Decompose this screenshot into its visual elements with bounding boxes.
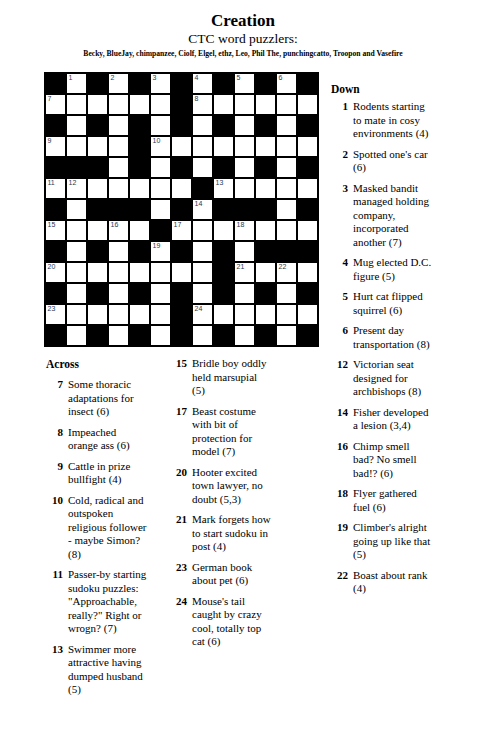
- white-cell[interactable]: [150, 325, 171, 346]
- white-cell[interactable]: [150, 157, 171, 178]
- clue-text: Present day transportation (8): [353, 324, 483, 351]
- white-cell[interactable]: [108, 283, 129, 304]
- clue-number: 1: [331, 100, 348, 141]
- clue-number: 16: [331, 440, 348, 481]
- black-cell: [129, 136, 150, 157]
- white-cell[interactable]: [108, 136, 129, 157]
- clue-number: 17: [170, 405, 187, 459]
- clue-text: Mark forgets how to start sudoku in post…: [192, 513, 320, 554]
- black-cell: [171, 241, 192, 262]
- white-cell[interactable]: [66, 283, 87, 304]
- black-cell: [297, 73, 318, 94]
- white-cell[interactable]: [234, 157, 255, 178]
- white-cell[interactable]: [108, 262, 129, 283]
- black-cell: [213, 199, 234, 220]
- white-cell[interactable]: [276, 115, 297, 136]
- clue-number: 5: [331, 290, 348, 317]
- clue-text: Hooter excited town lawyer, no doubt (5,…: [192, 466, 320, 507]
- white-cell[interactable]: [234, 94, 255, 115]
- clue-text: Victorian seat designed for archbishops …: [353, 358, 483, 399]
- clue-text: Climber's alright going up like that (5): [353, 521, 483, 562]
- clue-text: Fisher developed a lesion (3,4): [353, 406, 483, 433]
- black-cell: [66, 157, 87, 178]
- clue-down-1: 1Rodents starting to mate in cosy enviro…: [331, 100, 483, 141]
- puzzle-title: Creation: [0, 11, 486, 30]
- clue-number: 14: [331, 406, 348, 433]
- clue-text: Beast costume with bit of protection for…: [192, 405, 320, 459]
- cell-number: 15: [48, 221, 56, 229]
- black-cell: [129, 157, 150, 178]
- black-cell: [213, 283, 234, 304]
- white-cell[interactable]: 19: [150, 241, 171, 262]
- black-cell: [45, 199, 66, 220]
- clue-down-5: 5Hurt cat flipped squirrel (6): [331, 290, 483, 317]
- white-cell[interactable]: [108, 241, 129, 262]
- white-cell[interactable]: [66, 94, 87, 115]
- clue-down-19: 19Climber's alright going up like that (…: [331, 521, 483, 562]
- clue-number: 19: [331, 521, 348, 562]
- black-cell: [129, 283, 150, 304]
- white-cell[interactable]: [66, 115, 87, 136]
- puzzle-subtitle: CTC word puzzlers:: [0, 31, 486, 46]
- white-cell[interactable]: [192, 136, 213, 157]
- clue-down-2: 2Spotted one's car (6): [331, 148, 483, 175]
- cell-number: 18: [237, 221, 245, 229]
- white-cell[interactable]: [108, 94, 129, 115]
- clue-number: 9: [46, 460, 63, 487]
- black-cell: [87, 283, 108, 304]
- white-cell[interactable]: [255, 220, 276, 241]
- white-cell[interactable]: [150, 262, 171, 283]
- clue-down-14: 14Fisher developed a lesion (3,4): [331, 406, 483, 433]
- clue-number: 10: [46, 494, 63, 562]
- black-cell: [255, 325, 276, 346]
- black-cell: [213, 157, 234, 178]
- white-cell[interactable]: 4: [192, 73, 213, 94]
- black-cell: [45, 115, 66, 136]
- white-cell[interactable]: 13: [213, 178, 234, 199]
- clue-text: Mug elected D.C. figure (5): [353, 256, 483, 283]
- white-cell[interactable]: 14: [192, 199, 213, 220]
- clue-across-10: 10Cold, radical and outspoken religious …: [46, 494, 170, 562]
- white-cell[interactable]: 12: [66, 178, 87, 199]
- clue-across-23: 23German book about pet (6): [170, 561, 320, 588]
- white-cell[interactable]: [66, 220, 87, 241]
- cell-number: 24: [195, 305, 203, 313]
- black-cell: [255, 115, 276, 136]
- cell-number: 10: [153, 137, 161, 145]
- black-cell: [213, 73, 234, 94]
- white-cell[interactable]: 17: [171, 220, 192, 241]
- black-cell: [171, 199, 192, 220]
- white-cell[interactable]: [129, 220, 150, 241]
- white-cell[interactable]: 15: [45, 220, 66, 241]
- puzzle-byline: Becky, BlueJay, chimpanzee, Ciolf, Elgel…: [0, 49, 486, 58]
- clue-across-20: 20Hooter excited town lawyer, no doubt (…: [170, 466, 320, 507]
- clue-number: 15: [170, 357, 187, 398]
- clue-number: 21: [170, 513, 187, 554]
- clue-text: Passer-by starting sudoku puzzles: "Appr…: [68, 568, 170, 636]
- clue-number: 2: [331, 148, 348, 175]
- black-cell: [87, 199, 108, 220]
- white-cell[interactable]: [213, 136, 234, 157]
- white-cell[interactable]: [213, 220, 234, 241]
- black-cell: [45, 325, 66, 346]
- across-header: Across: [46, 357, 79, 371]
- black-cell: [87, 325, 108, 346]
- down-clues-section: Down 1Rodents starting to mate in cosy e…: [331, 82, 483, 603]
- clue-across-9: 9Cattle in prize bullfight (4): [46, 460, 170, 487]
- clue-text: Chimp smell bad? No smell bad!? (6): [353, 440, 483, 481]
- white-cell[interactable]: [129, 262, 150, 283]
- white-cell[interactable]: [192, 262, 213, 283]
- white-cell[interactable]: [276, 157, 297, 178]
- cell-number: 5: [237, 74, 241, 82]
- white-cell[interactable]: [276, 325, 297, 346]
- black-cell: [297, 325, 318, 346]
- clue-number: 18: [331, 487, 348, 514]
- clue-number: 20: [170, 466, 187, 507]
- white-cell[interactable]: [297, 262, 318, 283]
- cell-number: 3: [153, 74, 157, 82]
- white-cell[interactable]: [276, 199, 297, 220]
- black-cell: [108, 199, 129, 220]
- black-cell: [87, 157, 108, 178]
- cell-number: 12: [69, 179, 77, 187]
- clue-number: 11: [46, 568, 63, 636]
- black-cell: [45, 157, 66, 178]
- white-cell[interactable]: [255, 262, 276, 283]
- cell-number: 2: [111, 74, 115, 82]
- white-cell[interactable]: [108, 178, 129, 199]
- clue-down-12: 12Victorian seat designed for archbishop…: [331, 358, 483, 399]
- white-cell[interactable]: [129, 178, 150, 199]
- white-cell[interactable]: [129, 304, 150, 325]
- white-cell[interactable]: 8: [192, 94, 213, 115]
- black-cell: [234, 199, 255, 220]
- puzzle-page: Creation CTC word puzzlers: Becky, BlueJ…: [0, 0, 486, 730]
- white-cell[interactable]: [171, 178, 192, 199]
- white-cell[interactable]: [66, 325, 87, 346]
- clue-down-6: 6Present day transportation (8): [331, 324, 483, 351]
- clue-number: 13: [46, 643, 63, 697]
- clue-number: 4: [331, 256, 348, 283]
- across-clue-list-col2: 15Bridle boy oddly held marsupial (5)17B…: [170, 357, 320, 656]
- clue-text: Hurt cat flipped squirrel (6): [353, 290, 483, 317]
- black-cell: [297, 199, 318, 220]
- clue-number: 24: [170, 595, 187, 649]
- white-cell[interactable]: [192, 325, 213, 346]
- clue-across-17: 17Beast costume with bit of protection f…: [170, 405, 320, 459]
- cell-number: 23: [48, 305, 56, 313]
- clue-text: Swimmer more attractive having dumped hu…: [68, 643, 170, 697]
- clue-number: 6: [331, 324, 348, 351]
- cell-number: 14: [195, 200, 203, 208]
- clue-text: Impeached orange ass (6): [68, 426, 170, 453]
- white-cell[interactable]: [276, 304, 297, 325]
- white-cell[interactable]: [297, 220, 318, 241]
- white-cell[interactable]: 9: [45, 136, 66, 157]
- down-header: Down: [331, 82, 483, 96]
- white-cell[interactable]: [213, 94, 234, 115]
- clue-across-24: 24Mouse's tail caught by crazy cool, tot…: [170, 595, 320, 649]
- white-cell[interactable]: [276, 178, 297, 199]
- white-cell[interactable]: 11: [45, 178, 66, 199]
- black-cell: [255, 199, 276, 220]
- white-cell[interactable]: [129, 94, 150, 115]
- white-cell[interactable]: [66, 241, 87, 262]
- cell-number: 17: [174, 221, 182, 229]
- black-cell: [171, 73, 192, 94]
- cell-number: 4: [195, 74, 199, 82]
- black-cell: [129, 199, 150, 220]
- clue-text: Flyer gathered fuel (6): [353, 487, 483, 514]
- clue-text: Rodents starting to mate in cosy environ…: [353, 100, 483, 141]
- black-cell: [129, 115, 150, 136]
- white-cell[interactable]: [276, 136, 297, 157]
- white-cell[interactable]: [87, 220, 108, 241]
- white-cell[interactable]: 1: [66, 73, 87, 94]
- white-cell[interactable]: [276, 220, 297, 241]
- white-cell[interactable]: [171, 262, 192, 283]
- black-cell: [87, 73, 108, 94]
- black-cell: [192, 178, 213, 199]
- black-cell: [171, 115, 192, 136]
- crossword-grid: 123456789101112131415161718192021222324: [44, 72, 319, 347]
- white-cell[interactable]: [276, 283, 297, 304]
- clue-number: 3: [331, 182, 348, 250]
- black-cell: [297, 241, 318, 262]
- white-cell[interactable]: [192, 157, 213, 178]
- white-cell[interactable]: [276, 94, 297, 115]
- white-cell[interactable]: [87, 304, 108, 325]
- black-cell: [171, 94, 192, 115]
- white-cell[interactable]: [255, 304, 276, 325]
- white-cell[interactable]: [192, 283, 213, 304]
- black-cell: [171, 325, 192, 346]
- black-cell: [129, 241, 150, 262]
- cell-number: 19: [153, 242, 161, 250]
- clue-down-16: 16Chimp smell bad? No smell bad!? (6): [331, 440, 483, 481]
- white-cell[interactable]: 21: [234, 262, 255, 283]
- white-cell[interactable]: [150, 94, 171, 115]
- clue-text: Spotted one's car (6): [353, 148, 483, 175]
- white-cell[interactable]: [66, 136, 87, 157]
- cell-number: 8: [195, 95, 199, 103]
- white-cell[interactable]: [192, 115, 213, 136]
- down-clue-list: 1Rodents starting to mate in cosy enviro…: [331, 100, 483, 596]
- black-cell: [129, 73, 150, 94]
- black-cell: [171, 157, 192, 178]
- black-cell: [255, 283, 276, 304]
- white-cell[interactable]: [150, 115, 171, 136]
- white-cell[interactable]: [234, 283, 255, 304]
- white-cell[interactable]: [234, 325, 255, 346]
- cell-number: 7: [48, 95, 52, 103]
- white-cell[interactable]: [66, 304, 87, 325]
- cell-number: 22: [279, 263, 287, 271]
- clue-number: 12: [331, 358, 348, 399]
- clue-text: Masked bandit managed holding company, i…: [353, 182, 483, 250]
- clue-number: 23: [170, 561, 187, 588]
- cell-number: 11: [48, 179, 55, 187]
- white-cell[interactable]: 18: [234, 220, 255, 241]
- clue-across-21: 21Mark forgets how to start sudoku in po…: [170, 513, 320, 554]
- white-cell[interactable]: [192, 241, 213, 262]
- white-cell[interactable]: 24: [192, 304, 213, 325]
- white-cell[interactable]: [255, 94, 276, 115]
- white-cell[interactable]: [150, 283, 171, 304]
- clue-number: 8: [46, 426, 63, 453]
- clue-across-11: 11Passer-by starting sudoku puzzles: "Ap…: [46, 568, 170, 636]
- black-cell: [87, 241, 108, 262]
- cell-number: 16: [111, 221, 119, 229]
- clue-number: 7: [46, 378, 63, 419]
- clue-text: Cold, radical and outspoken religious fo…: [68, 494, 170, 562]
- white-cell[interactable]: [66, 199, 87, 220]
- black-cell: [255, 241, 276, 262]
- clue-text: Bridle boy oddly held marsupial (5): [192, 357, 320, 398]
- clue-text: Mouse's tail caught by crazy cool, total…: [192, 595, 320, 649]
- white-cell[interactable]: [87, 94, 108, 115]
- clue-down-22: 22Boast about rank (4): [331, 569, 483, 596]
- white-cell[interactable]: 23: [45, 304, 66, 325]
- white-cell[interactable]: 20: [45, 262, 66, 283]
- white-cell[interactable]: 22: [276, 262, 297, 283]
- white-cell[interactable]: [234, 178, 255, 199]
- black-cell: [297, 115, 318, 136]
- black-cell: [171, 304, 192, 325]
- cell-number: 20: [48, 263, 56, 271]
- black-cell: [45, 283, 66, 304]
- clue-across-15: 15Bridle boy oddly held marsupial (5): [170, 357, 320, 398]
- black-cell: [297, 283, 318, 304]
- white-cell[interactable]: [297, 136, 318, 157]
- clue-across-8: 8Impeached orange ass (6): [46, 426, 170, 453]
- white-cell[interactable]: [87, 262, 108, 283]
- white-cell[interactable]: [108, 325, 129, 346]
- white-cell[interactable]: [87, 178, 108, 199]
- clue-text: Boast about rank (4): [353, 569, 483, 596]
- clue-text: Cattle in prize bullfight (4): [68, 460, 170, 487]
- black-cell: [87, 115, 108, 136]
- white-cell[interactable]: [234, 136, 255, 157]
- white-cell[interactable]: [108, 115, 129, 136]
- black-cell: [129, 325, 150, 346]
- white-cell[interactable]: [255, 136, 276, 157]
- white-cell[interactable]: 2: [108, 73, 129, 94]
- black-cell: [45, 73, 66, 94]
- white-cell[interactable]: [66, 262, 87, 283]
- white-cell[interactable]: [297, 304, 318, 325]
- white-cell[interactable]: 7: [45, 94, 66, 115]
- across-clue-list-col1: 7Some thoracic adaptations for insect (6…: [46, 378, 170, 704]
- cell-number: 1: [69, 74, 73, 82]
- clue-down-3: 3Masked bandit managed holding company, …: [331, 182, 483, 250]
- black-cell: [213, 262, 234, 283]
- black-cell: [171, 283, 192, 304]
- cell-number: 21: [237, 263, 245, 271]
- white-cell[interactable]: 10: [150, 136, 171, 157]
- black-cell: [255, 157, 276, 178]
- clue-number: 22: [331, 569, 348, 596]
- black-cell: [213, 115, 234, 136]
- white-cell[interactable]: [192, 220, 213, 241]
- black-cell: [213, 325, 234, 346]
- black-cell: [297, 157, 318, 178]
- white-cell[interactable]: [234, 241, 255, 262]
- white-cell[interactable]: [234, 115, 255, 136]
- white-cell[interactable]: [255, 178, 276, 199]
- white-cell[interactable]: [213, 304, 234, 325]
- white-cell[interactable]: [150, 199, 171, 220]
- white-cell[interactable]: [150, 178, 171, 199]
- clue-across-7: 7Some thoracic adaptations for insect (6…: [46, 378, 170, 419]
- black-cell: [45, 241, 66, 262]
- white-cell[interactable]: [108, 157, 129, 178]
- cell-number: 13: [216, 179, 224, 187]
- white-cell[interactable]: [234, 304, 255, 325]
- puzzle-header: Creation CTC word puzzlers: Becky, BlueJ…: [0, 11, 486, 58]
- white-cell[interactable]: [171, 136, 192, 157]
- clue-down-18: 18Flyer gathered fuel (6): [331, 487, 483, 514]
- white-cell[interactable]: [150, 304, 171, 325]
- black-cell: [276, 241, 297, 262]
- white-cell[interactable]: [87, 136, 108, 157]
- cell-number: 9: [48, 137, 52, 145]
- white-cell[interactable]: [297, 94, 318, 115]
- clue-down-4: 4Mug elected D.C. figure (5): [331, 256, 483, 283]
- white-cell[interactable]: 5: [234, 73, 255, 94]
- clue-across-13: 13Swimmer more attractive having dumped …: [46, 643, 170, 697]
- white-cell[interactable]: [108, 304, 129, 325]
- clue-text: German book about pet (6): [192, 561, 320, 588]
- white-cell[interactable]: 3: [150, 73, 171, 94]
- black-cell: [150, 220, 171, 241]
- cell-number: 6: [279, 74, 283, 82]
- clue-text: Some thoracic adaptations for insect (6): [68, 378, 170, 419]
- black-cell: [255, 73, 276, 94]
- white-cell[interactable]: 16: [108, 220, 129, 241]
- white-cell[interactable]: [297, 178, 318, 199]
- white-cell[interactable]: 6: [276, 73, 297, 94]
- black-cell: [213, 241, 234, 262]
